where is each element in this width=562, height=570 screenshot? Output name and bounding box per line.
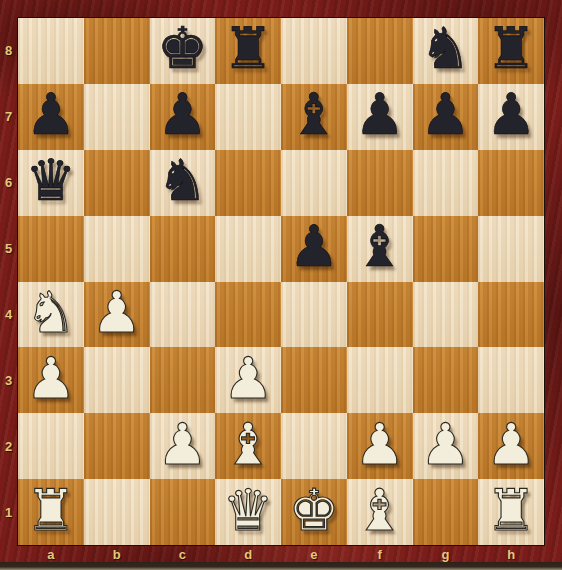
square-g6[interactable] [413,150,479,216]
piece-black-knight[interactable]: ♞ [420,20,471,77]
piece-white-pawn[interactable]: ♟ [354,416,405,473]
piece-white-pawn[interactable]: ♟ [25,350,76,407]
square-f8[interactable] [347,18,413,84]
square-d4[interactable] [215,282,281,348]
piece-white-pawn[interactable]: ♟ [223,350,274,407]
piece-black-pawn[interactable]: ♟ [354,86,405,143]
square-g7[interactable]: ♟ [413,84,479,150]
square-g5[interactable] [413,216,479,282]
square-b8[interactable] [84,18,150,84]
rank-label-2: 2 [0,413,17,479]
square-a3[interactable]: ♟ [18,347,84,413]
piece-black-king[interactable]: ♚ [157,20,208,77]
piece-black-pawn[interactable]: ♟ [420,86,471,143]
square-d1[interactable]: ♛ [215,479,281,545]
file-label-a: a [18,546,84,563]
square-a7[interactable]: ♟ [18,84,84,150]
square-b3[interactable] [84,347,150,413]
file-labels: abcdefgh [18,546,544,563]
square-a8[interactable] [18,18,84,84]
piece-black-knight[interactable]: ♞ [157,152,208,209]
square-d5[interactable] [215,216,281,282]
rank-labels: 87654321 [0,18,17,545]
piece-white-rook[interactable]: ♜ [486,482,537,539]
square-e8[interactable] [281,18,347,84]
square-g8[interactable]: ♞ [413,18,479,84]
square-b5[interactable] [84,216,150,282]
rank-label-8: 8 [0,18,17,84]
square-d3[interactable]: ♟ [215,347,281,413]
square-f7[interactable]: ♟ [347,84,413,150]
square-a5[interactable] [18,216,84,282]
square-a1[interactable]: ♜ [18,479,84,545]
square-d2[interactable]: ♝ [215,413,281,479]
square-h6[interactable] [478,150,544,216]
square-e1[interactable]: ♚ [281,479,347,545]
square-c5[interactable] [150,216,216,282]
chess-board-window: ♚♜♞♜♟♟♝♟♟♟♛♞♟♝♞♟♟♟♟♝♟♟♟♜♛♚♝♜ 87654321 ab… [0,0,562,570]
piece-black-bishop[interactable]: ♝ [288,86,339,143]
rank-label-1: 1 [0,479,17,545]
rank-label-7: 7 [0,84,17,150]
square-b6[interactable] [84,150,150,216]
square-h8[interactable]: ♜ [478,18,544,84]
board-frame-bevel [0,562,562,570]
square-h2[interactable]: ♟ [478,413,544,479]
piece-black-pawn[interactable]: ♟ [157,86,208,143]
square-c4[interactable] [150,282,216,348]
piece-black-rook[interactable]: ♜ [223,20,274,77]
piece-white-pawn[interactable]: ♟ [486,416,537,473]
file-label-c: c [150,546,216,563]
rank-label-5: 5 [0,216,17,282]
piece-black-pawn[interactable]: ♟ [288,218,339,275]
square-c6[interactable]: ♞ [150,150,216,216]
piece-black-queen[interactable]: ♛ [25,152,76,209]
square-e6[interactable] [281,150,347,216]
square-f6[interactable] [347,150,413,216]
square-f4[interactable] [347,282,413,348]
square-f5[interactable]: ♝ [347,216,413,282]
file-label-d: d [215,546,281,563]
piece-black-pawn[interactable]: ♟ [486,86,537,143]
piece-white-pawn[interactable]: ♟ [157,416,208,473]
square-f1[interactable]: ♝ [347,479,413,545]
square-b4[interactable]: ♟ [84,282,150,348]
file-label-h: h [478,546,544,563]
piece-white-knight[interactable]: ♞ [25,284,76,341]
square-e4[interactable] [281,282,347,348]
square-d7[interactable] [215,84,281,150]
square-h1[interactable]: ♜ [478,479,544,545]
file-label-f: f [347,546,413,563]
piece-white-bishop[interactable]: ♝ [223,416,274,473]
square-c8[interactable]: ♚ [150,18,216,84]
square-c7[interactable]: ♟ [150,84,216,150]
square-b7[interactable] [84,84,150,150]
piece-white-queen[interactable]: ♛ [223,482,274,539]
piece-white-pawn[interactable]: ♟ [91,284,142,341]
square-a4[interactable]: ♞ [18,282,84,348]
square-c3[interactable] [150,347,216,413]
square-c2[interactable]: ♟ [150,413,216,479]
piece-black-pawn[interactable]: ♟ [25,86,76,143]
square-b1[interactable] [84,479,150,545]
piece-white-king[interactable]: ♚ [288,482,339,539]
piece-white-pawn[interactable]: ♟ [420,416,471,473]
square-h7[interactable]: ♟ [478,84,544,150]
square-c1[interactable] [150,479,216,545]
file-label-e: e [281,546,347,563]
square-e7[interactable]: ♝ [281,84,347,150]
rank-label-6: 6 [0,150,17,216]
square-a6[interactable]: ♛ [18,150,84,216]
square-e2[interactable] [281,413,347,479]
square-h5[interactable] [478,216,544,282]
piece-black-rook[interactable]: ♜ [486,20,537,77]
square-f2[interactable]: ♟ [347,413,413,479]
square-e3[interactable] [281,347,347,413]
piece-black-bishop[interactable]: ♝ [354,218,405,275]
square-d8[interactable]: ♜ [215,18,281,84]
piece-white-rook[interactable]: ♜ [25,482,76,539]
square-a2[interactable] [18,413,84,479]
square-b2[interactable] [84,413,150,479]
rank-label-4: 4 [0,282,17,348]
square-h3[interactable] [478,347,544,413]
square-g1[interactable] [413,479,479,545]
square-d6[interactable] [215,150,281,216]
rank-label-3: 3 [0,347,17,413]
square-g3[interactable] [413,347,479,413]
square-h4[interactable] [478,282,544,348]
square-g4[interactable] [413,282,479,348]
piece-white-bishop[interactable]: ♝ [354,482,405,539]
file-label-g: g [413,546,479,563]
square-g2[interactable]: ♟ [413,413,479,479]
file-label-b: b [84,546,150,563]
square-e5[interactable]: ♟ [281,216,347,282]
chess-board: ♚♜♞♜♟♟♝♟♟♟♛♞♟♝♞♟♟♟♟♝♟♟♟♜♛♚♝♜ [17,17,545,546]
square-f3[interactable] [347,347,413,413]
